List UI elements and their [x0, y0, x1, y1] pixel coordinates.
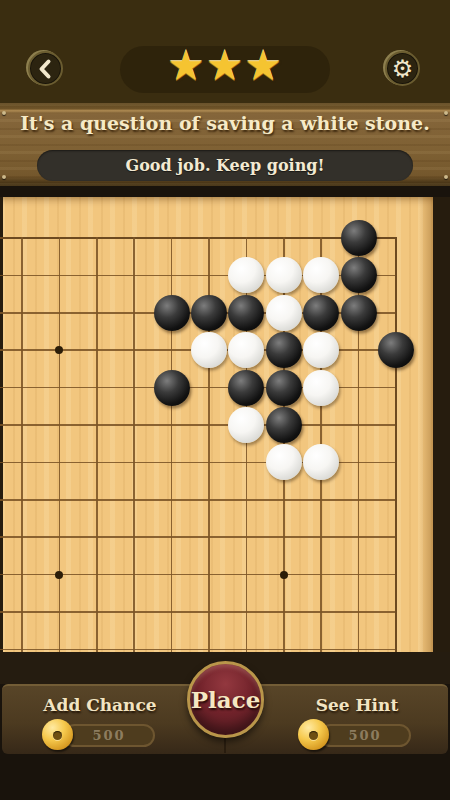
stone-black [266, 332, 302, 368]
cost-value: 500 [92, 728, 125, 743]
go-board[interactable] [0, 197, 450, 652]
back-button[interactable] [28, 51, 63, 86]
stone-black [228, 370, 264, 406]
cost-pill: 500 [63, 724, 155, 747]
coin-icon [42, 719, 73, 750]
star-icon: ★ [167, 41, 206, 90]
stone-black [341, 295, 377, 331]
stone-black [378, 332, 414, 368]
stone-black [154, 370, 190, 406]
cost-pill: 500 [319, 724, 411, 747]
cost-value: 500 [348, 728, 381, 743]
stone-white [303, 444, 339, 480]
coin-icon [298, 719, 329, 750]
stone-white [266, 295, 302, 331]
see-hint-button[interactable]: See Hint 500 [287, 686, 427, 756]
star-point [55, 571, 63, 579]
stone-black [266, 407, 302, 443]
grid-line-vertical [59, 237, 61, 652]
stone-white [266, 257, 302, 293]
stone-white [191, 332, 227, 368]
coin-hole [53, 731, 62, 740]
nail-icon [444, 175, 448, 179]
place-label: Place [191, 686, 261, 713]
chevron-left-icon [35, 58, 57, 80]
stone-white [303, 257, 339, 293]
stone-black [341, 220, 377, 256]
grid-line-vertical [96, 237, 98, 652]
stone-black [341, 257, 377, 293]
status-pill: Good job. Keep going! [37, 150, 413, 181]
star-icon: ★ [206, 41, 245, 90]
gear-icon: ⚙ [392, 57, 414, 81]
coin-hole [309, 731, 318, 740]
stone-black [154, 295, 190, 331]
stone-white [266, 444, 302, 480]
see-hint-label: See Hint [287, 695, 427, 715]
star-icon: ★ [244, 41, 283, 90]
go-puzzle-screen: ★★★ ⚙ It's a question of saving a white … [0, 0, 450, 800]
stars-rating: ★★★ [0, 40, 450, 92]
stone-white [228, 407, 264, 443]
board-edge-shade [419, 197, 433, 652]
stone-black [191, 295, 227, 331]
stone-black [303, 295, 339, 331]
stone-black [228, 295, 264, 331]
stone-white [303, 370, 339, 406]
settings-button[interactable]: ⚙ [385, 51, 420, 86]
nail-icon [2, 175, 6, 179]
puzzle-title: It's a question of saving a white stone. [0, 112, 450, 134]
grid-line-vertical [133, 237, 135, 652]
header-bar: ★★★ ⚙ [0, 0, 450, 103]
stone-white [228, 257, 264, 293]
grid-line-vertical [395, 237, 397, 652]
board-right-trim [433, 197, 450, 652]
stone-white [228, 332, 264, 368]
place-button[interactable]: Place [187, 661, 264, 738]
stone-black [266, 370, 302, 406]
place-button-stem [224, 738, 226, 753]
add-chance-button[interactable]: Add Chance 500 [30, 686, 170, 756]
grid-line-vertical [21, 237, 23, 652]
stone-white [303, 332, 339, 368]
status-text: Good job. Keep going! [125, 156, 324, 175]
star-point [280, 571, 288, 579]
title-plank: It's a question of saving a white stone.… [0, 103, 450, 186]
add-chance-label: Add Chance [30, 695, 170, 715]
star-point [55, 346, 63, 354]
